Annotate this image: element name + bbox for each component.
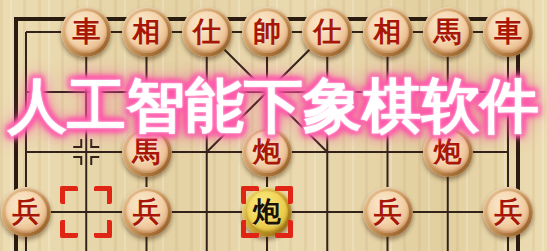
- overlay-title: 人工智能下象棋软件: [0, 66, 547, 146]
- piece-red-soldier-3[interactable]: 兵: [122, 187, 172, 237]
- piece-character: 兵: [12, 187, 40, 237]
- piece-character: 相: [374, 7, 402, 57]
- bracket-corner-icon: [60, 186, 78, 204]
- piece-red-elephant-left[interactable]: 相: [122, 7, 172, 57]
- piece-character: 相: [133, 7, 161, 57]
- piece-red-horse-right[interactable]: 馬: [423, 7, 473, 57]
- bracket-corner-icon: [275, 186, 293, 204]
- piece-character: 車: [72, 7, 100, 57]
- last-move-bracket-from: [60, 186, 112, 238]
- bracket-corner-icon: [241, 186, 259, 204]
- piece-character: 仕: [313, 7, 341, 57]
- xiangqi-board[interactable]: 車相仕帥仕相馬車馬炮炮兵兵炮兵兵 人工智能下象棋软件: [0, 0, 547, 251]
- piece-red-soldier-9[interactable]: 兵: [483, 187, 533, 237]
- piece-character: 仕: [193, 7, 221, 57]
- piece-red-chariot-right[interactable]: 車: [483, 7, 533, 57]
- bracket-corner-icon: [94, 220, 112, 238]
- piece-red-elephant-right[interactable]: 相: [363, 7, 413, 57]
- piece-red-general[interactable]: 帥: [242, 7, 292, 57]
- piece-red-advisor-right[interactable]: 仕: [302, 7, 352, 57]
- piece-red-chariot-left[interactable]: 車: [61, 7, 111, 57]
- piece-red-soldier-7[interactable]: 兵: [363, 187, 413, 237]
- piece-character: 車: [494, 7, 522, 57]
- piece-character: 兵: [133, 187, 161, 237]
- bracket-corner-icon: [94, 186, 112, 204]
- last-move-bracket-to: [241, 186, 293, 238]
- bracket-corner-icon: [275, 220, 293, 238]
- bracket-corner-icon: [60, 220, 78, 238]
- piece-character: 兵: [374, 187, 402, 237]
- piece-red-soldier-1[interactable]: 兵: [1, 187, 51, 237]
- piece-red-advisor-left[interactable]: 仕: [182, 7, 232, 57]
- piece-character: 帥: [253, 7, 281, 57]
- bracket-corner-icon: [241, 220, 259, 238]
- piece-character: 馬: [434, 7, 462, 57]
- piece-character: 兵: [494, 187, 522, 237]
